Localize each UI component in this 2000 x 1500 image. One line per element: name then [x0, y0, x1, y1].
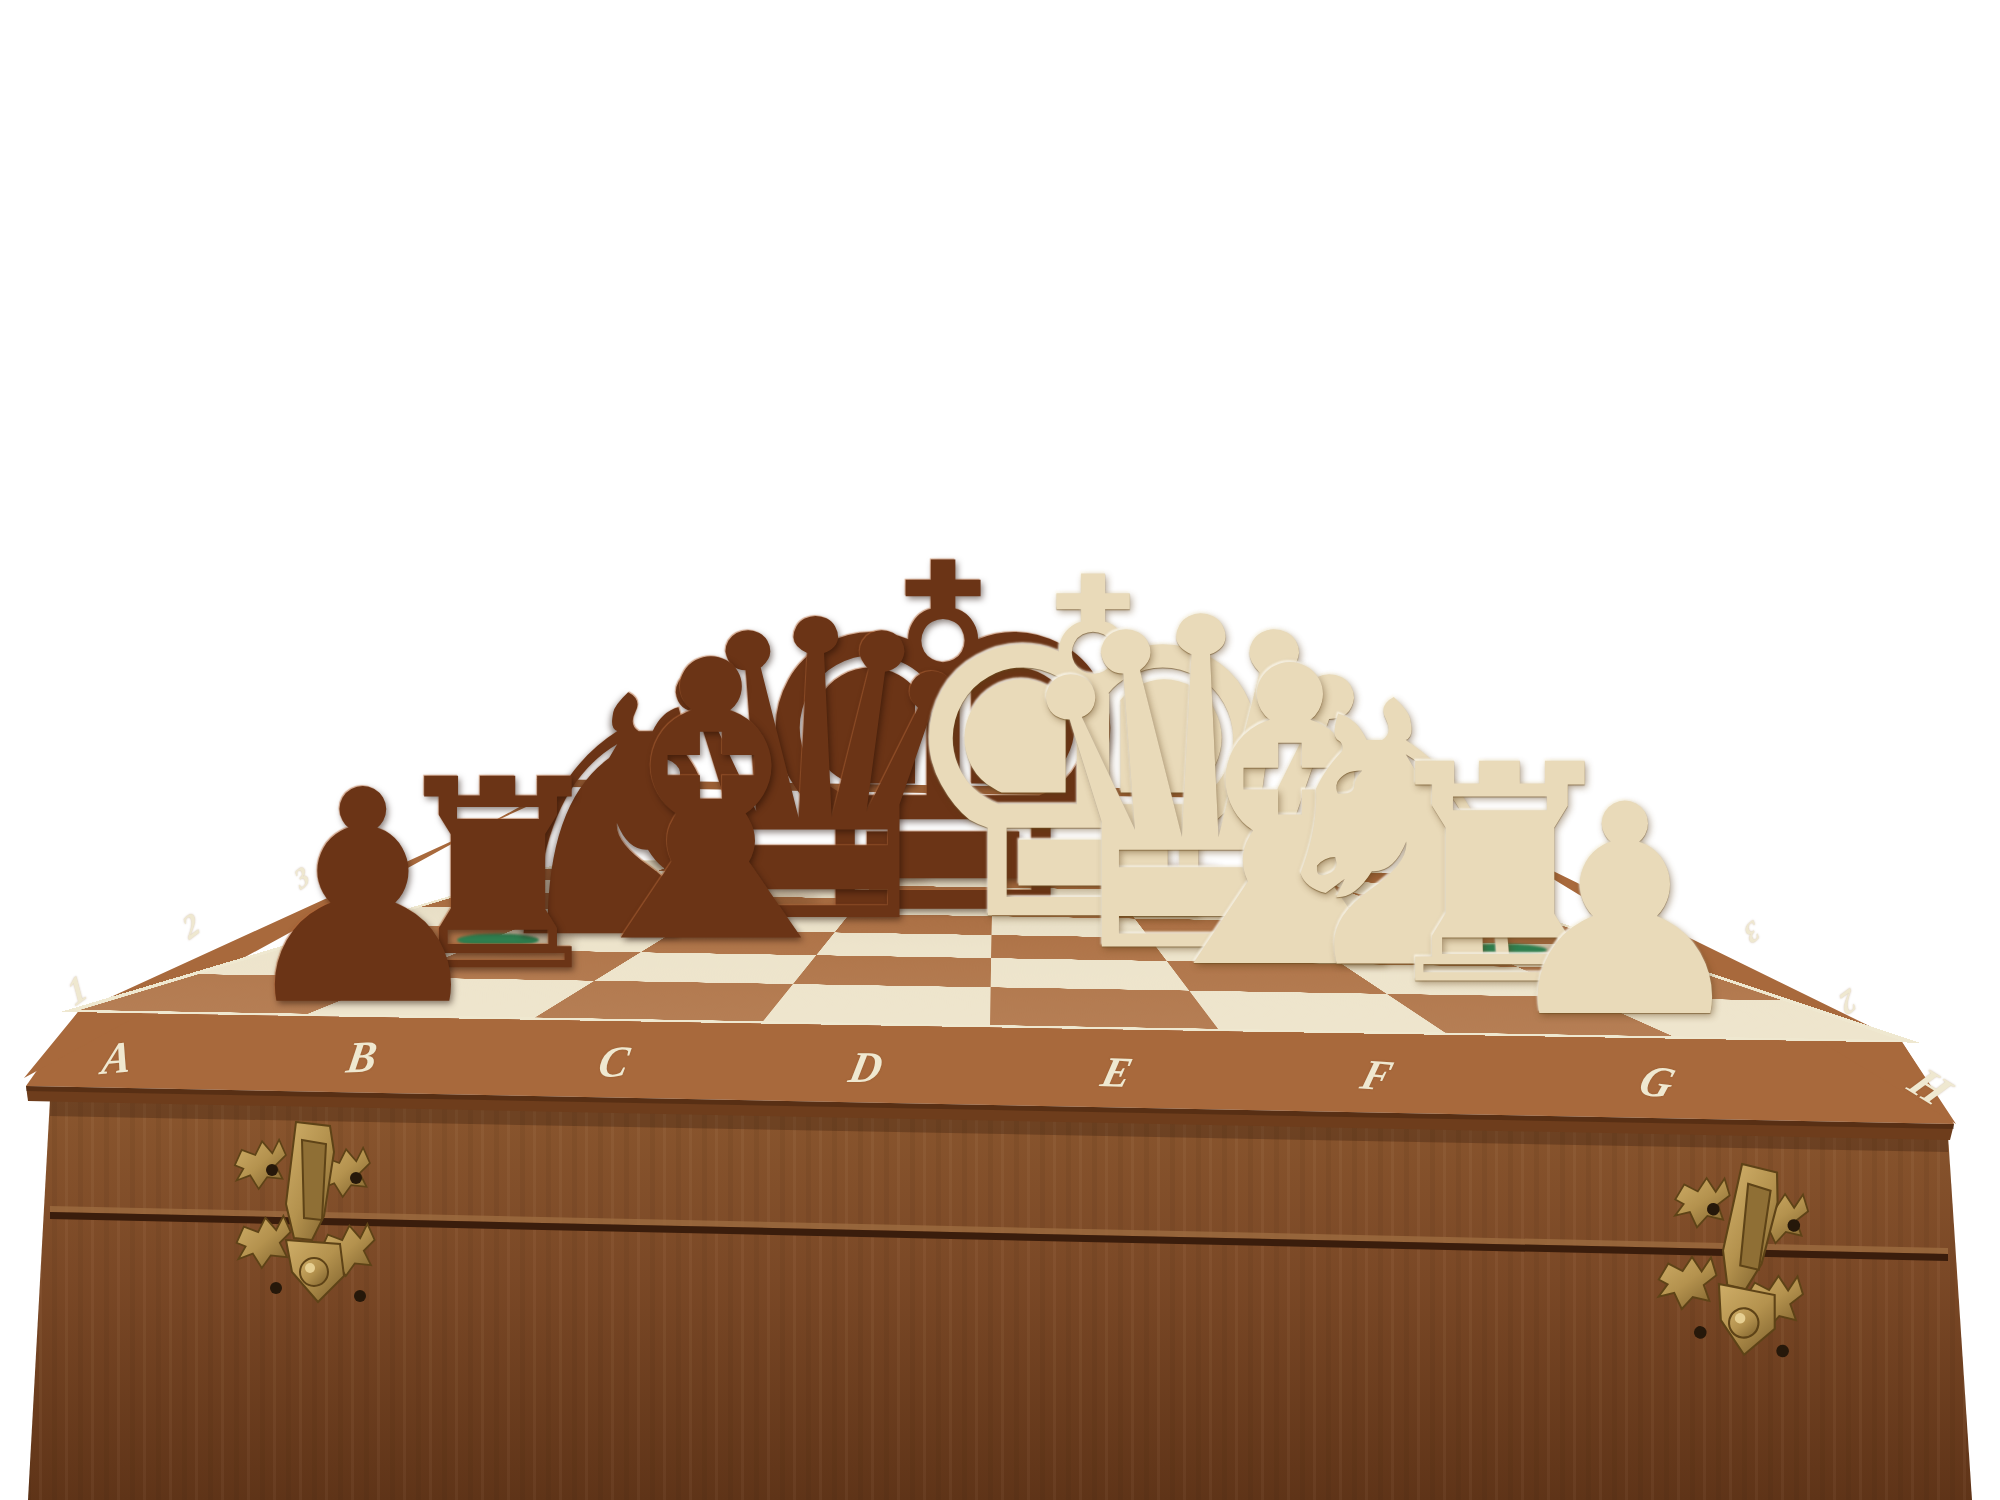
rank-left-label-2: 2 [177, 905, 205, 948]
file-label-D: D [845, 1042, 888, 1093]
labels-and-pieces: ABCDEFGH12323♟♜♞♝♛♚♚♛♝♞♜♟ [0, 0, 2000, 1500]
rank-left-label-1: 1 [61, 965, 93, 1015]
piece-light-pawn-g2[interactable]: ♟ [1495, 767, 1756, 1058]
chess-set-photo: ABCDEFGH12323♟♜♞♝♛♚♚♛♝♞♜♟ [0, 0, 2000, 1500]
file-label-A: A [99, 1031, 135, 1085]
file-label-C: C [594, 1036, 633, 1088]
rank-right-label-2: 2 [1834, 981, 1862, 1024]
file-label-H: H [1897, 1059, 1962, 1115]
piece-dark-pawn-b2[interactable]: ♟ [231, 752, 495, 1046]
